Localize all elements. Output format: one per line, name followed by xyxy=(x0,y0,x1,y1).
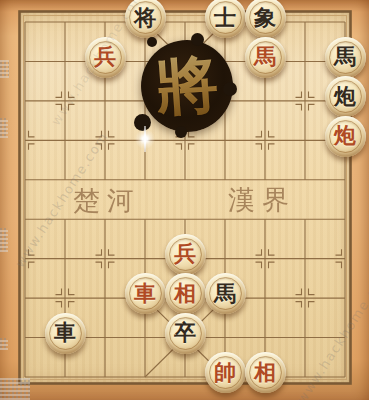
piece-red-cannon[interactable]: 炮 xyxy=(325,116,366,157)
piece-black-general[interactable]: 将 xyxy=(125,0,166,38)
piece-red-chariot[interactable]: 車 xyxy=(125,273,166,314)
piece-glyph: 相 xyxy=(245,352,286,393)
piece-glyph: 車 xyxy=(45,313,86,354)
piece-glyph: 兵 xyxy=(85,37,126,78)
piece-black-elephant[interactable]: 象 xyxy=(245,0,286,38)
check-badge-text: 將 xyxy=(153,42,221,130)
piece-glyph: 士 xyxy=(205,0,246,38)
piece-red-horse[interactable]: 馬 xyxy=(245,37,286,78)
piece-red-pawn[interactable]: 兵 xyxy=(165,234,206,275)
piece-glyph: 車 xyxy=(125,273,166,314)
piece-glyph: 炮 xyxy=(325,116,366,157)
piece-glyph: 炮 xyxy=(325,76,366,117)
piece-black-horse[interactable]: 馬 xyxy=(325,37,366,78)
piece-black-pawn[interactable]: 卒 xyxy=(165,313,206,354)
piece-black-chariot[interactable]: 車 xyxy=(45,313,86,354)
piece-glyph: 馬 xyxy=(205,273,246,314)
piece-black-cannon[interactable]: 炮 xyxy=(325,76,366,117)
piece-glyph: 将 xyxy=(125,0,166,38)
piece-glyph: 馬 xyxy=(245,37,286,78)
piece-red-general[interactable]: 帥 xyxy=(205,352,246,393)
piece-glyph: 帥 xyxy=(205,352,246,393)
piece-red-elephant[interactable]: 相 xyxy=(165,273,206,314)
piece-red-pawn[interactable]: 兵 xyxy=(85,37,126,78)
check-badge: 將 xyxy=(141,40,233,132)
piece-glyph: 馬 xyxy=(325,37,366,78)
piece-glyph: 象 xyxy=(245,0,286,38)
piece-black-advisor[interactable]: 士 xyxy=(205,0,246,38)
ink-splash xyxy=(223,82,237,96)
piece-glyph: 卒 xyxy=(165,313,206,354)
move-sparkle-effect xyxy=(134,128,156,150)
piece-glyph: 相 xyxy=(165,273,206,314)
piece-red-elephant[interactable]: 相 xyxy=(245,352,286,393)
xiangqi-app: 楚河 漢界 将士象兵馬馬炮炮兵車相馬車卒帥相 將 www.hackhome.co… xyxy=(0,0,369,400)
piece-glyph: 兵 xyxy=(165,234,206,275)
piece-black-horse[interactable]: 馬 xyxy=(205,273,246,314)
